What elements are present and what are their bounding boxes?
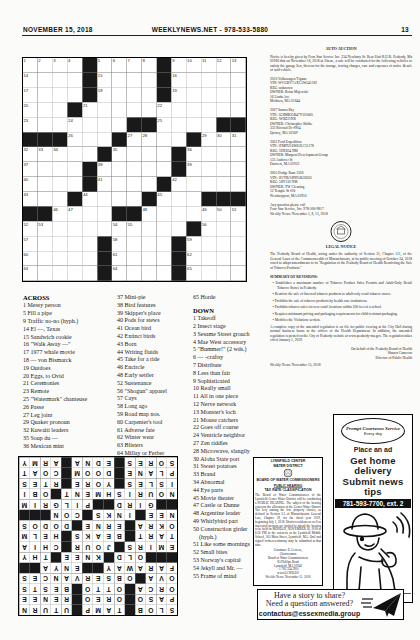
puzzle-cell[interactable]: 17: [23, 88, 38, 103]
puzzle-cell[interactable]: [142, 236, 157, 251]
solution-cell: S: [19, 573, 30, 584]
solution-cell: A: [19, 541, 30, 552]
puzzle-cell[interactable]: 8: [142, 58, 157, 73]
solution-letter: N: [72, 489, 82, 499]
story-line-2: Need a question answered?: [258, 600, 361, 609]
solution-cell: [135, 510, 146, 521]
clue-item: 53 Norway's capital: [193, 557, 253, 565]
puzzle-cell[interactable]: [82, 147, 97, 162]
puzzle-cell[interactable]: 31: [231, 132, 246, 147]
puzzle-cell[interactable]: [201, 88, 216, 103]
puzzle-cell[interactable]: 19: [172, 88, 187, 103]
puzzle-cell[interactable]: 7: [127, 58, 142, 73]
puzzle-cell[interactable]: [216, 251, 231, 266]
solution-letter: Y: [104, 479, 114, 489]
solution-letter: U: [62, 605, 72, 615]
puzzle-cell[interactable]: [97, 103, 112, 118]
puzzle-cell[interactable]: 9: [172, 58, 187, 73]
puzzle-cell[interactable]: [201, 117, 216, 132]
puzzle-cell[interactable]: [142, 266, 157, 281]
hearing-body-text: The Board of Water Commissioners of the …: [255, 493, 321, 546]
puzzle-cell[interactable]: 32: [23, 147, 38, 162]
solution-cell: D: [61, 520, 72, 531]
puzzle-cell[interactable]: 49: [201, 207, 216, 222]
solution-letter: T: [93, 584, 103, 594]
clue-item: 47 Castle or Dunne: [193, 502, 253, 510]
puzzle-cell[interactable]: [187, 103, 202, 118]
puzzle-cell[interactable]: [53, 251, 68, 266]
puzzle-cell[interactable]: [216, 147, 231, 162]
puzzle-cell[interactable]: [53, 73, 68, 88]
puzzle-cell[interactable]: [68, 251, 83, 266]
puzzle-cell[interactable]: [97, 222, 112, 237]
puzzle-cell[interactable]: [127, 251, 142, 266]
puzzle-cell[interactable]: [231, 222, 246, 237]
puzzle-cell[interactable]: [38, 117, 53, 132]
solution-cell: D: [40, 520, 51, 531]
solution-letter: E: [83, 489, 93, 499]
puzzle-cell[interactable]: [157, 251, 172, 266]
puzzle-cell[interactable]: [216, 103, 231, 118]
puzzle-cell[interactable]: 2: [38, 58, 53, 73]
puzzle-cell[interactable]: [142, 147, 157, 162]
puzzle-cell[interactable]: [68, 266, 83, 281]
puzzle-cell[interactable]: [216, 236, 231, 251]
solution-cell: R: [30, 604, 41, 615]
puzzle-cell[interactable]: [127, 162, 142, 177]
puzzle-cell[interactable]: 21: [82, 103, 97, 118]
puzzle-cell[interactable]: 26: [68, 132, 83, 147]
puzzle-cell[interactable]: [97, 132, 112, 147]
cell-number: 64: [113, 266, 118, 271]
solution-cell: B: [30, 489, 41, 500]
puzzle-cell[interactable]: [201, 177, 216, 192]
puzzle-cell[interactable]: [68, 162, 83, 177]
puzzle-cell[interactable]: [38, 88, 53, 103]
solution-letter: I: [30, 542, 40, 552]
solution-letter: O: [93, 479, 103, 489]
puzzle-cell[interactable]: [201, 162, 216, 177]
puzzle-cell[interactable]: 44: [82, 192, 97, 207]
solution-letter: G: [146, 500, 156, 510]
solution-cell: M: [156, 541, 167, 552]
puzzle-cell[interactable]: [38, 266, 53, 281]
puzzle-cell[interactable]: [82, 117, 97, 132]
puzzle-cell[interactable]: 10: [187, 58, 202, 73]
puzzle-cell[interactable]: [231, 147, 246, 162]
puzzle-cell[interactable]: 59: [187, 236, 202, 251]
solution-letter: O: [30, 521, 40, 531]
solution-cell: Y: [19, 552, 30, 563]
solution-cell: [72, 594, 83, 605]
legal-text-block: Establishes a maximum number of Tobacco …: [270, 281, 412, 290]
solution-cell: A: [103, 604, 114, 615]
solution-letter: H: [30, 552, 40, 562]
puzzle-cell[interactable]: [53, 103, 68, 118]
clue-item: 10 Really small: [193, 385, 253, 393]
puzzle-cell[interactable]: [127, 192, 142, 207]
puzzle-cell[interactable]: [127, 103, 142, 118]
clue-item: 28 Microwave, slangily: [193, 448, 253, 456]
puzzle-cell[interactable]: [216, 222, 231, 237]
puzzle-cell[interactable]: [201, 251, 216, 266]
puzzle-cell[interactable]: 51: [231, 207, 246, 222]
puzzle-cell[interactable]: 60: [23, 251, 38, 266]
solution-letter: I: [125, 510, 135, 520]
puzzle-cell[interactable]: [82, 251, 97, 266]
solution-cell: B: [61, 583, 72, 594]
puzzle-cell[interactable]: [97, 207, 112, 222]
clue-item: 54 Jekyll and Mr. —: [193, 565, 253, 573]
solution-cell: F: [166, 562, 177, 573]
puzzle-cell[interactable]: 47: [68, 207, 83, 222]
puzzle-cell[interactable]: [231, 103, 246, 118]
puzzle-cell[interactable]: 6: [112, 58, 127, 73]
solution-letter: R: [72, 542, 82, 552]
cell-number: 51: [232, 207, 237, 212]
puzzle-cell[interactable]: [172, 207, 187, 222]
puzzle-cell[interactable]: [142, 103, 157, 118]
solution-letter: M: [30, 458, 40, 468]
puzzle-cell[interactable]: [172, 192, 187, 207]
solution-cell: A: [114, 562, 125, 573]
cell-number: 48: [142, 207, 147, 212]
puzzle-cell[interactable]: [187, 88, 202, 103]
puzzle-cell[interactable]: 12: [216, 58, 231, 73]
puzzle-cell[interactable]: 36: [187, 147, 202, 162]
solution-letter: E: [30, 573, 40, 583]
puzzle-cell[interactable]: [127, 147, 142, 162]
solution-letter: H: [104, 489, 114, 499]
cell-number: 7: [128, 58, 130, 63]
puzzle-cell[interactable]: [142, 73, 157, 88]
puzzle-cell[interactable]: [201, 147, 216, 162]
puzzle-cell[interactable]: 41: [97, 177, 112, 192]
puzzle-cell[interactable]: 16: [172, 73, 187, 88]
puzzle-cell[interactable]: [112, 192, 127, 207]
solution-cell: E: [135, 478, 146, 489]
puzzle-cell[interactable]: [112, 103, 127, 118]
clue-item: 43 Born: [117, 341, 191, 349]
puzzle-cell[interactable]: 58: [112, 236, 127, 251]
solution-letter: O: [135, 552, 145, 562]
cell-number: 39: [187, 162, 192, 167]
puzzle-cell[interactable]: 18: [97, 88, 112, 103]
puzzle-cell[interactable]: 56: [201, 222, 216, 237]
cell-number: 23: [24, 117, 29, 122]
puzzle-cell[interactable]: [38, 251, 53, 266]
solution-letter: N: [51, 573, 61, 583]
puzzle-cell[interactable]: [231, 162, 246, 177]
puzzle-cell[interactable]: [142, 162, 157, 177]
puzzle-cell[interactable]: 62: [187, 251, 202, 266]
puzzle-cell[interactable]: [142, 251, 157, 266]
puzzle-cell: [82, 162, 97, 177]
solution-cell: [30, 562, 41, 573]
solution-letter: O: [167, 584, 177, 594]
solution-cell: [61, 457, 72, 468]
puzzle-cell[interactable]: [231, 251, 246, 266]
solution-cell: E: [156, 510, 167, 521]
solution-cell: A: [156, 594, 167, 605]
puzzle-cell[interactable]: [53, 236, 68, 251]
puzzle-cell[interactable]: 24: [68, 117, 83, 132]
cell-number: 13: [232, 58, 237, 63]
puzzle-cell[interactable]: [157, 162, 172, 177]
puzzle-cell[interactable]: [82, 207, 97, 222]
cell-number: 5: [98, 58, 100, 63]
puzzle-cell[interactable]: 45: [157, 192, 172, 207]
solution-cell: U: [40, 604, 51, 615]
puzzle-cell[interactable]: 15: [97, 73, 112, 88]
puzzle-cell[interactable]: 20: [23, 103, 38, 118]
puzzle-cell[interactable]: [142, 88, 157, 103]
solution-cell: S: [103, 573, 114, 584]
solution-letter: L: [30, 531, 40, 541]
puzzle-cell[interactable]: [38, 103, 53, 118]
puzzle-cell[interactable]: [112, 162, 127, 177]
puzzle-cell[interactable]: [53, 88, 68, 103]
solution-letter: W: [125, 563, 135, 573]
solution-cell: E: [82, 489, 93, 500]
solution-cell: A: [156, 531, 167, 542]
puzzle-cell[interactable]: [172, 132, 187, 147]
puzzle-cell[interactable]: [172, 117, 187, 132]
puzzle-cell[interactable]: 35: [112, 147, 127, 162]
puzzle-cell: [172, 147, 187, 162]
puzzle-cell[interactable]: [53, 222, 68, 237]
solution-letter: E: [156, 510, 166, 520]
puzzle-cell[interactable]: [38, 73, 53, 88]
puzzle-cell[interactable]: [142, 222, 157, 237]
home-delivery-label: Get home delivery: [334, 456, 412, 475]
puzzle-cell[interactable]: [97, 192, 112, 207]
solution-cell: S: [166, 604, 177, 615]
solution-cell: T: [166, 531, 177, 542]
solution-letter: E: [62, 552, 72, 562]
solution-cell: [51, 489, 62, 500]
puzzle-cell[interactable]: [53, 266, 68, 281]
puzzle-cell[interactable]: 63: [23, 266, 38, 281]
puzzle-cell[interactable]: [201, 266, 216, 281]
solution-letter: A: [135, 563, 145, 573]
solution-cell: V: [72, 573, 83, 584]
solution-letter: E: [146, 510, 156, 520]
solution-letter: I: [30, 500, 40, 510]
solution-letter: S: [20, 521, 30, 531]
puzzle-cell[interactable]: [187, 117, 202, 132]
solution-cell: [61, 468, 72, 479]
solution-cell: [166, 552, 177, 563]
puzzle-cell[interactable]: [127, 73, 142, 88]
clue-item: 45 Movie theater: [193, 495, 253, 503]
puzzle-cell[interactable]: 61: [112, 251, 127, 266]
solution-cell: A: [51, 457, 62, 468]
puzzle-cell[interactable]: [38, 177, 53, 192]
puzzle-cell: [172, 251, 187, 266]
solution-letter: T: [167, 531, 177, 541]
puzzle-cell[interactable]: 57: [23, 236, 38, 251]
puzzle-cell[interactable]: [53, 177, 68, 192]
puzzle-cell[interactable]: 1: [23, 58, 38, 73]
puzzle-cell[interactable]: [127, 266, 142, 281]
solution-cell: E: [72, 552, 83, 563]
puzzle-cell[interactable]: [187, 177, 202, 192]
puzzle-cell[interactable]: [187, 192, 202, 207]
puzzle-cell[interactable]: [53, 192, 68, 207]
puzzle-cell[interactable]: [38, 236, 53, 251]
puzzle-cell[interactable]: 34: [53, 147, 68, 162]
solution-letter: H: [41, 542, 51, 552]
puzzle-cell[interactable]: [68, 147, 83, 162]
puzzle-cell[interactable]: [201, 73, 216, 88]
legal-text-block: Weekly News: November 15, 2018: [270, 363, 412, 368]
solution-cell: P: [166, 468, 177, 479]
puzzle-cell[interactable]: [142, 177, 157, 192]
solution-letter: P: [167, 594, 177, 604]
puzzle-cell[interactable]: [216, 162, 231, 177]
solution-letter: B: [30, 489, 40, 499]
puzzle-cell[interactable]: [157, 207, 172, 222]
solution-cell: I: [30, 499, 41, 510]
puzzle-cell[interactable]: [68, 73, 83, 88]
puzzle-cell[interactable]: [112, 117, 127, 132]
puzzle-cell[interactable]: [82, 236, 97, 251]
puzzle-cell[interactable]: 4: [68, 58, 83, 73]
puzzle-cell[interactable]: [127, 88, 142, 103]
puzzle-cell[interactable]: 28: [142, 132, 157, 147]
puzzle-cell[interactable]: [68, 222, 83, 237]
solution-cell: S: [124, 541, 135, 552]
puzzle-cell[interactable]: [216, 177, 231, 192]
puzzle-cell[interactable]: [216, 88, 231, 103]
puzzle-cell[interactable]: [38, 162, 53, 177]
puzzle-cell[interactable]: [172, 103, 187, 118]
puzzle-cell[interactable]: 43: [23, 192, 38, 207]
puzzle-cell[interactable]: 14: [23, 73, 38, 88]
puzzle-cell[interactable]: [231, 177, 246, 192]
puzzle-cell: [38, 132, 53, 147]
puzzle-cell[interactable]: [82, 132, 97, 147]
puzzle-cell[interactable]: [157, 266, 172, 281]
puzzle-cell[interactable]: [157, 132, 172, 147]
puzzle-cell[interactable]: [216, 73, 231, 88]
puzzle-cell[interactable]: 5: [97, 58, 112, 73]
puzzle-cell[interactable]: 52: [23, 222, 38, 237]
puzzle-cell[interactable]: [187, 73, 202, 88]
solution-cell: [82, 562, 93, 573]
puzzle-cell[interactable]: [231, 73, 246, 88]
across-clues-column-2: 37 Mini-pie38 Bird features39 Skipper's …: [117, 294, 191, 458]
puzzle-cell[interactable]: [38, 192, 53, 207]
clue-item: 60 Carpenter's tool: [117, 419, 191, 427]
puzzle-cell[interactable]: 48: [142, 207, 157, 222]
solution-letter: A: [114, 563, 124, 573]
solution-letter: O: [93, 542, 103, 552]
solution-cell: H: [30, 552, 41, 563]
solution-letter: C: [146, 584, 156, 594]
solution-cell: L: [124, 552, 135, 563]
puzzle-cell[interactable]: 40: [23, 177, 38, 192]
solution-letter: A: [104, 605, 114, 615]
puzzle-cell[interactable]: 46: [53, 207, 68, 222]
puzzle-cell[interactable]: 3: [53, 58, 68, 73]
solution-cell: U: [145, 489, 156, 500]
puzzle-cell[interactable]: 50: [216, 207, 231, 222]
puzzle-cell[interactable]: [97, 117, 112, 132]
puzzle-cell[interactable]: [201, 236, 216, 251]
clue-item: 56 "Shogun" apparel: [117, 388, 191, 396]
puzzle-cell[interactable]: [201, 103, 216, 118]
solution-letter: C: [72, 510, 82, 520]
clue-item: 21 Ceremonies: [23, 380, 115, 388]
puzzle-cell[interactable]: 42: [172, 177, 187, 192]
puzzle-cell[interactable]: [231, 88, 246, 103]
solution-cell: [19, 562, 30, 573]
puzzle-cell[interactable]: [68, 236, 83, 251]
puzzle-cell[interactable]: [231, 236, 246, 251]
solution-letter: E: [30, 479, 40, 489]
puzzle-cell[interactable]: [216, 266, 231, 281]
puzzle-cell[interactable]: [112, 73, 127, 88]
puzzle-cell[interactable]: 38: [97, 162, 112, 177]
puzzle-cell[interactable]: [68, 177, 83, 192]
puzzle-cell[interactable]: [231, 266, 246, 281]
puzzle-cell[interactable]: 29: [201, 132, 216, 147]
puzzle-cell[interactable]: [112, 88, 127, 103]
solution-cell: E: [61, 552, 72, 563]
puzzle-cell[interactable]: 64: [112, 266, 127, 281]
puzzle-cell[interactable]: [82, 222, 97, 237]
puzzle-cell: [216, 192, 231, 207]
puzzle-cell[interactable]: 11: [201, 58, 216, 73]
solution-letter: D: [62, 521, 72, 531]
puzzle-cell[interactable]: 22: [157, 103, 172, 118]
solution-cell: R: [51, 478, 62, 489]
puzzle-cell[interactable]: [127, 177, 142, 192]
puzzle-cell[interactable]: 37: [23, 162, 38, 177]
puzzle-cell[interactable]: 33: [38, 147, 53, 162]
solution-letter: N: [114, 510, 124, 520]
puzzle-cell[interactable]: 55: [127, 222, 142, 237]
puzzle-cell[interactable]: 53: [38, 222, 53, 237]
puzzle-cell[interactable]: [68, 88, 83, 103]
solution-cell: E: [30, 594, 41, 605]
puzzle-cell[interactable]: 25: [157, 117, 172, 132]
puzzle-cell[interactable]: 30: [216, 132, 231, 147]
solution-letter: L: [125, 552, 135, 562]
puzzle-cell[interactable]: [53, 162, 68, 177]
puzzle-cell[interactable]: [157, 222, 172, 237]
puzzle-cell[interactable]: [82, 266, 97, 281]
puzzle-cell[interactable]: [53, 117, 68, 132]
puzzle-cell[interactable]: [112, 177, 127, 192]
puzzle-cell[interactable]: [157, 147, 172, 162]
puzzle-cell[interactable]: 13: [231, 58, 246, 73]
clue-item: DOWN: [193, 307, 253, 315]
puzzle-cell[interactable]: [187, 207, 202, 222]
puzzle-cell[interactable]: 27: [127, 132, 142, 147]
solution-cell: M: [93, 489, 104, 500]
puzzle-cell[interactable]: [157, 236, 172, 251]
clue-item: 59 Road map nos.: [117, 411, 191, 419]
puzzle-cell[interactable]: 54: [112, 222, 127, 237]
puzzle-cell[interactable]: 39: [187, 162, 202, 177]
puzzle-cell[interactable]: [172, 222, 187, 237]
puzzle-cell[interactable]: 23: [23, 117, 38, 132]
puzzle-cell[interactable]: 65: [187, 266, 202, 281]
puzzle-cell[interactable]: [127, 236, 142, 251]
